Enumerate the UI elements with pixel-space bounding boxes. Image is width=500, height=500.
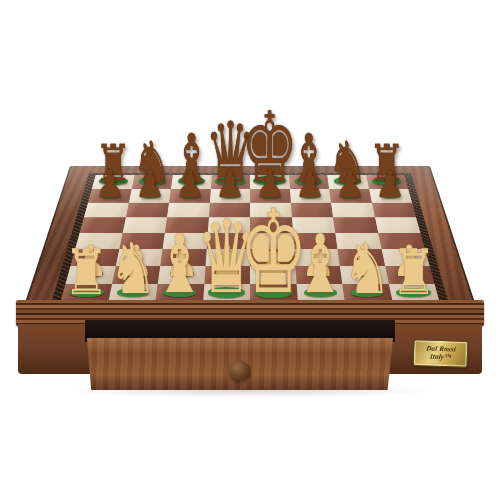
board-square <box>131 175 172 188</box>
board-square <box>207 217 250 232</box>
board-square <box>294 249 340 266</box>
board-square <box>210 175 250 188</box>
board-square <box>289 175 329 188</box>
board-square <box>80 217 126 232</box>
board-square <box>378 233 425 249</box>
board-square <box>129 189 171 203</box>
board-square <box>371 203 416 218</box>
board-square <box>84 203 129 218</box>
board-square <box>92 175 134 188</box>
board-square <box>340 266 389 284</box>
board-square <box>88 189 131 203</box>
board-square <box>75 233 122 249</box>
board-square <box>369 189 412 203</box>
board-square <box>331 203 375 218</box>
board-square <box>290 203 333 218</box>
board-square <box>115 249 162 266</box>
drawer-knob <box>229 361 251 381</box>
board-square <box>295 266 342 284</box>
plaque-country-text: Italy™ <box>429 353 451 361</box>
board-square <box>329 189 371 203</box>
board-square <box>165 217 209 232</box>
board-square <box>122 217 167 232</box>
board-square <box>250 203 292 218</box>
chess-board <box>20 166 480 318</box>
board-square <box>333 217 378 232</box>
board-square <box>366 175 408 188</box>
board-square <box>70 249 118 266</box>
board-square <box>375 217 421 232</box>
board-square <box>112 266 161 284</box>
board-square <box>206 233 250 249</box>
board-square <box>163 233 208 249</box>
board-square <box>250 233 294 249</box>
chess-set-product-photo: ♜♞♝♛♚♝♞♜♟♟♟♟♟♟♟♟♟♟♟♟♟♟♟♟♜♞♝♛♚♝♞♜ Dal Ros… <box>0 0 500 500</box>
board-square <box>292 217 336 232</box>
board-square <box>160 249 206 266</box>
board-square <box>250 266 296 284</box>
board-square <box>158 266 205 284</box>
board-square <box>250 189 290 203</box>
board-square <box>65 266 115 284</box>
board-square <box>167 203 210 218</box>
board-square <box>210 189 250 203</box>
board-square <box>250 217 293 232</box>
board-square <box>171 175 211 188</box>
brass-plaque: Dal Rossi Italy™ <box>413 339 469 368</box>
board-square <box>250 175 290 188</box>
board-square <box>250 249 295 266</box>
board-square <box>125 203 169 218</box>
board-square <box>385 266 435 284</box>
board-squares <box>60 175 440 303</box>
board-square <box>208 203 250 218</box>
board-square <box>204 266 250 284</box>
board-square <box>335 233 381 249</box>
board-square <box>327 175 368 188</box>
storage-drawer <box>85 338 395 390</box>
board-square <box>381 249 429 266</box>
board-square <box>337 249 384 266</box>
board-square <box>290 189 331 203</box>
board-square <box>169 189 210 203</box>
board-square <box>205 249 250 266</box>
board-square <box>119 233 165 249</box>
board-square <box>293 233 338 249</box>
